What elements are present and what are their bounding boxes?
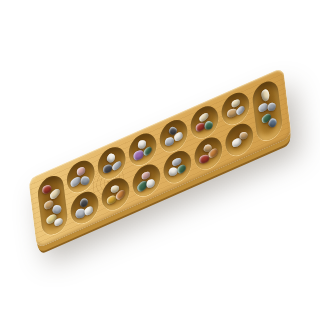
pit-bottom-3[interactable] — [131, 159, 162, 200]
stone-white — [105, 152, 116, 163]
stone-green — [204, 120, 214, 129]
stone-white — [137, 140, 147, 149]
mancala-board — [28, 67, 291, 249]
stone-silver — [51, 204, 62, 214]
pit-bottom-4[interactable] — [162, 146, 193, 187]
stone-steel — [79, 175, 90, 185]
pit-bottom-5[interactable] — [193, 132, 224, 173]
stone-purple — [133, 148, 144, 161]
photo-background — [0, 0, 320, 320]
store-left — [36, 171, 68, 238]
pit-bottom-6[interactable] — [224, 118, 255, 159]
pit-top-5[interactable] — [189, 101, 220, 142]
stone-steel — [267, 102, 277, 111]
stone-cream — [260, 87, 270, 102]
pit-bottom-1[interactable] — [69, 186, 100, 227]
pit-top-3[interactable] — [127, 128, 158, 169]
stone-charcoal — [103, 163, 112, 173]
stone-rose — [76, 165, 85, 176]
stone-tan — [239, 131, 248, 139]
stone-rose — [141, 170, 150, 180]
pit-top-1[interactable] — [65, 155, 96, 196]
stone-silver — [164, 136, 174, 146]
pit-bottom-2[interactable] — [100, 173, 131, 214]
stone-white — [146, 178, 155, 188]
pit-top-2[interactable] — [96, 142, 127, 183]
store-right — [251, 77, 283, 144]
pit-top-6[interactable] — [220, 87, 251, 128]
pit-top-4[interactable] — [158, 115, 189, 156]
